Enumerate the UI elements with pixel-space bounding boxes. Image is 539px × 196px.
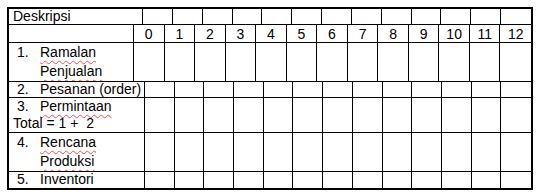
table-row-pesanan-order: 2.Pesanan (order)	[9, 82, 531, 98]
item-number: 3.	[17, 98, 40, 115]
data-cell[interactable]	[145, 172, 175, 188]
data-cell[interactable]	[175, 172, 205, 188]
period-col-header-10: 10	[439, 25, 470, 42]
empty-cell	[412, 9, 442, 24]
header-empty-cells	[143, 9, 531, 24]
empty-cell	[233, 9, 263, 24]
data-cell[interactable]	[472, 172, 502, 188]
period-col-header-9: 9	[409, 25, 440, 42]
table-row-rencana-produksi: 4.Rencana Produksi	[9, 133, 531, 172]
item-number: 1.	[17, 43, 40, 62]
data-cell[interactable]	[412, 172, 442, 188]
period-col-header-8: 8	[378, 25, 409, 42]
data-cell[interactable]	[501, 172, 531, 188]
data-cell[interactable]	[323, 98, 353, 132]
data-cell[interactable]	[204, 133, 234, 171]
data-cell[interactable]	[472, 98, 502, 132]
period-col-header-5: 5	[287, 25, 318, 42]
empty-cell	[262, 9, 292, 24]
empty-cell	[292, 9, 322, 24]
data-cell[interactable]	[293, 82, 323, 97]
table-row-ramalan-penjualan: 1.Ramalan Penjualan	[9, 43, 531, 82]
data-cell[interactable]	[234, 82, 264, 97]
data-cell[interactable]	[378, 43, 409, 81]
period-col-header-6: 6	[317, 25, 348, 42]
data-cell[interactable]	[383, 98, 413, 132]
data-cell[interactable]	[442, 133, 472, 171]
empty-cell	[322, 9, 352, 24]
data-cell[interactable]	[353, 172, 383, 188]
period-col-header-7: 7	[348, 25, 379, 42]
data-cell[interactable]	[501, 82, 531, 97]
rencana-produksi-cells	[145, 133, 531, 171]
period-col-header-12: 12	[500, 25, 531, 42]
period-header-cells: 0123456789101112	[134, 25, 531, 42]
data-cell[interactable]	[293, 133, 323, 171]
data-cell[interactable]	[293, 172, 323, 188]
data-cell[interactable]	[472, 82, 502, 97]
permintaan-total-cells	[145, 98, 531, 132]
data-cell[interactable]	[442, 98, 472, 132]
data-cell[interactable]	[442, 82, 472, 97]
data-cell[interactable]	[134, 43, 165, 81]
row-label-pesanan-order: 2.Pesanan (order)	[9, 82, 145, 97]
item-label-line2: Penjualan	[40, 63, 102, 79]
planning-table: Deskripsi 0123456789101112 1.Ramalan Pen…	[7, 7, 533, 190]
data-cell[interactable]	[256, 43, 287, 81]
item-label-line1: Rencana	[40, 134, 96, 150]
data-cell[interactable]	[204, 98, 234, 132]
ramalan-penjualan-cells	[134, 43, 531, 81]
data-cell[interactable]	[412, 98, 442, 132]
item-label-line1: Permintaan	[40, 98, 112, 114]
data-cell[interactable]	[353, 133, 383, 171]
data-cell[interactable]	[234, 98, 264, 132]
pesanan-order-cells	[145, 82, 531, 97]
empty-cell	[382, 9, 412, 24]
period-col-header-3: 3	[226, 25, 257, 42]
item-number: 5.	[17, 172, 40, 187]
data-cell[interactable]	[500, 43, 531, 81]
data-cell[interactable]	[323, 82, 353, 97]
empty-cell	[143, 9, 173, 24]
data-cell[interactable]	[317, 43, 348, 81]
data-cell[interactable]	[470, 43, 501, 81]
data-cell[interactable]	[145, 98, 175, 132]
data-cell[interactable]	[175, 133, 205, 171]
data-cell[interactable]	[204, 172, 234, 188]
row-label-rencana-produksi: 4.Rencana Produksi	[9, 133, 145, 171]
data-cell[interactable]	[409, 43, 440, 81]
data-cell[interactable]	[234, 172, 264, 188]
data-cell[interactable]	[165, 43, 196, 81]
data-cell[interactable]	[353, 82, 383, 97]
item-label-line1: Inventori	[40, 172, 94, 187]
period-col-header-0: 0	[134, 25, 165, 42]
data-cell[interactable]	[383, 133, 413, 171]
row-label-permintaan-total: 3.Permintaan Total = 1 + 2	[9, 98, 145, 132]
empty-cell	[173, 9, 203, 24]
data-cell[interactable]	[348, 43, 379, 81]
deskripsi-header-cell: Deskripsi	[9, 9, 143, 24]
data-cell[interactable]	[472, 133, 502, 171]
deskripsi-label: Deskripsi	[13, 9, 71, 24]
inventori-cells	[145, 172, 531, 188]
data-cell[interactable]	[204, 82, 234, 97]
item-number: 4.	[17, 133, 40, 152]
item-label-line2: Total = 1 + 2	[13, 115, 94, 131]
empty-cell	[441, 9, 471, 24]
data-cell[interactable]	[293, 98, 323, 132]
item-label-line2: Produksi	[40, 153, 94, 169]
data-cell[interactable]	[412, 82, 442, 97]
empty-cell	[471, 9, 501, 24]
period-col-header-1: 1	[165, 25, 196, 42]
data-cell[interactable]	[175, 82, 205, 97]
data-cell[interactable]	[226, 43, 257, 81]
data-cell[interactable]	[264, 172, 294, 188]
empty-cell	[501, 9, 531, 24]
data-cell[interactable]	[264, 98, 294, 132]
data-cell[interactable]	[145, 82, 175, 97]
data-cell[interactable]	[323, 133, 353, 171]
data-cell[interactable]	[383, 172, 413, 188]
data-cell[interactable]	[412, 133, 442, 171]
period-col-header-4: 4	[256, 25, 287, 42]
row-label-inventori: 5.Inventori	[9, 172, 145, 188]
data-cell[interactable]	[383, 82, 413, 97]
data-cell[interactable]	[439, 43, 470, 81]
data-cell[interactable]	[175, 98, 205, 132]
empty-desc-cell	[9, 25, 134, 42]
data-cell[interactable]	[353, 98, 383, 132]
item-number: 2.	[17, 82, 40, 97]
item-label-line1: Ramalan	[40, 44, 96, 60]
data-cell[interactable]	[195, 43, 226, 81]
period-col-header-11: 11	[470, 25, 501, 42]
item-label-line1: Pesanan (order)	[40, 82, 141, 97]
table-row-permintaan-total: 3.Permintaan Total = 1 + 2	[9, 98, 531, 133]
data-cell[interactable]	[323, 172, 353, 188]
data-cell[interactable]	[145, 133, 175, 171]
row-label-ramalan-penjualan: 1.Ramalan Penjualan	[9, 43, 134, 81]
data-cell[interactable]	[234, 133, 264, 171]
data-cell[interactable]	[442, 172, 472, 188]
data-cell[interactable]	[501, 98, 531, 132]
empty-cell	[352, 9, 382, 24]
table-row-deskripsi: Deskripsi	[9, 9, 531, 25]
data-cell[interactable]	[264, 133, 294, 171]
data-cell[interactable]	[287, 43, 318, 81]
table-row-inventori: 5.Inventori	[9, 172, 531, 188]
data-cell[interactable]	[501, 133, 531, 171]
table-row-periods: 0123456789101112	[9, 25, 531, 43]
empty-cell	[203, 9, 233, 24]
period-col-header-2: 2	[195, 25, 226, 42]
data-cell[interactable]	[264, 82, 294, 97]
